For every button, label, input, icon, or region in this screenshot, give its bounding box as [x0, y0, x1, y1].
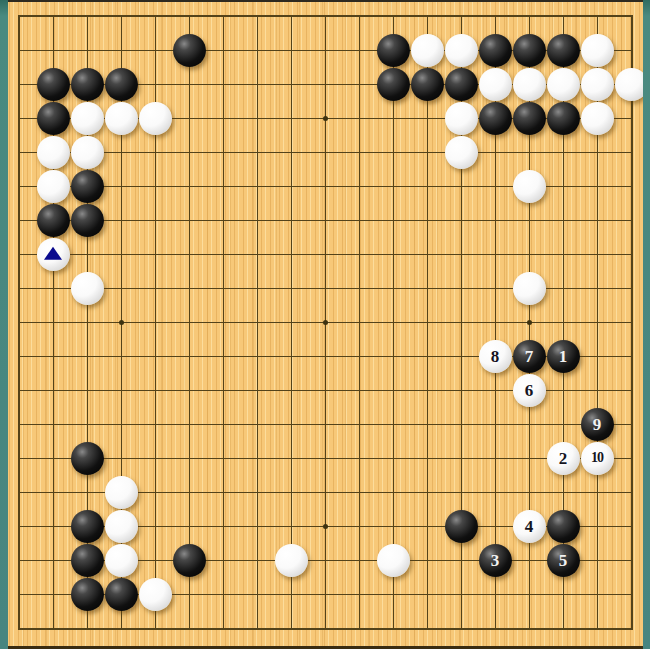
- stone-white[interactable]: [71, 272, 104, 305]
- stone-white[interactable]: 10: [581, 442, 614, 475]
- move-number: 10: [581, 442, 614, 475]
- star-point: [119, 320, 124, 325]
- stone-white[interactable]: 8: [479, 340, 512, 373]
- stone-black[interactable]: [71, 578, 104, 611]
- stone-white[interactable]: [105, 544, 138, 577]
- stone-black[interactable]: [173, 544, 206, 577]
- stone-black[interactable]: [105, 68, 138, 101]
- stone-white[interactable]: [513, 170, 546, 203]
- stone-black[interactable]: [71, 204, 104, 237]
- stone-black[interactable]: 1: [547, 340, 580, 373]
- stone-black[interactable]: [377, 34, 410, 67]
- stone-white[interactable]: 2: [547, 442, 580, 475]
- stone-white[interactable]: [37, 170, 70, 203]
- stone-black[interactable]: 7: [513, 340, 546, 373]
- stone-white[interactable]: [513, 68, 546, 101]
- stone-black[interactable]: [71, 442, 104, 475]
- stone-white[interactable]: [513, 272, 546, 305]
- stone-black[interactable]: [547, 510, 580, 543]
- stone-white[interactable]: [581, 68, 614, 101]
- stone-black[interactable]: 5: [547, 544, 580, 577]
- stone-black[interactable]: [37, 68, 70, 101]
- stone-white[interactable]: [377, 544, 410, 577]
- star-point: [323, 524, 328, 529]
- move-number: 3: [479, 544, 512, 577]
- stone-black[interactable]: [71, 68, 104, 101]
- move-number: 4: [513, 510, 546, 543]
- stone-black[interactable]: [105, 578, 138, 611]
- stone-black[interactable]: [173, 34, 206, 67]
- stone-black[interactable]: [377, 68, 410, 101]
- star-point: [527, 320, 532, 325]
- stone-black[interactable]: 9: [581, 408, 614, 441]
- stone-black[interactable]: [411, 68, 444, 101]
- stone-white[interactable]: [37, 238, 70, 271]
- move-number: 9: [581, 408, 614, 441]
- stone-white[interactable]: [445, 34, 478, 67]
- stone-black[interactable]: 3: [479, 544, 512, 577]
- stone-white[interactable]: [71, 136, 104, 169]
- stone-white[interactable]: [581, 34, 614, 67]
- stone-black[interactable]: [547, 102, 580, 135]
- stone-black[interactable]: [513, 34, 546, 67]
- stone-white[interactable]: [37, 136, 70, 169]
- stone-black[interactable]: [71, 170, 104, 203]
- stone-black[interactable]: [71, 510, 104, 543]
- stone-black[interactable]: [37, 204, 70, 237]
- triangle-marker-icon: [44, 247, 62, 260]
- go-board-window: 87169210435: [0, 0, 650, 649]
- stone-white[interactable]: [105, 476, 138, 509]
- stone-white[interactable]: [581, 102, 614, 135]
- stone-black[interactable]: [445, 510, 478, 543]
- stone-white[interactable]: [105, 102, 138, 135]
- stone-white[interactable]: [105, 510, 138, 543]
- stone-white[interactable]: [445, 136, 478, 169]
- stone-white[interactable]: [71, 102, 104, 135]
- left-frame-edge: [0, 0, 8, 649]
- stone-white[interactable]: [479, 68, 512, 101]
- stone-white[interactable]: 4: [513, 510, 546, 543]
- stone-white[interactable]: [445, 102, 478, 135]
- move-number: 8: [479, 340, 512, 373]
- stone-white[interactable]: [547, 68, 580, 101]
- move-number: 2: [547, 442, 580, 475]
- stone-black[interactable]: [445, 68, 478, 101]
- stone-white[interactable]: [411, 34, 444, 67]
- move-number: 5: [547, 544, 580, 577]
- right-frame-edge: [643, 0, 650, 649]
- move-number: 1: [547, 340, 580, 373]
- stone-black[interactable]: [71, 544, 104, 577]
- star-point: [323, 116, 328, 121]
- move-number: 7: [513, 340, 546, 373]
- stone-black[interactable]: [37, 102, 70, 135]
- stone-black[interactable]: [547, 34, 580, 67]
- stone-white[interactable]: 6: [513, 374, 546, 407]
- stone-white[interactable]: [275, 544, 308, 577]
- top-frame-edge: [0, 0, 650, 2]
- stone-black[interactable]: [479, 34, 512, 67]
- star-point: [323, 320, 328, 325]
- stone-white[interactable]: [139, 578, 172, 611]
- stone-black[interactable]: [513, 102, 546, 135]
- stone-black[interactable]: [479, 102, 512, 135]
- stone-white[interactable]: [139, 102, 172, 135]
- move-number: 6: [513, 374, 546, 407]
